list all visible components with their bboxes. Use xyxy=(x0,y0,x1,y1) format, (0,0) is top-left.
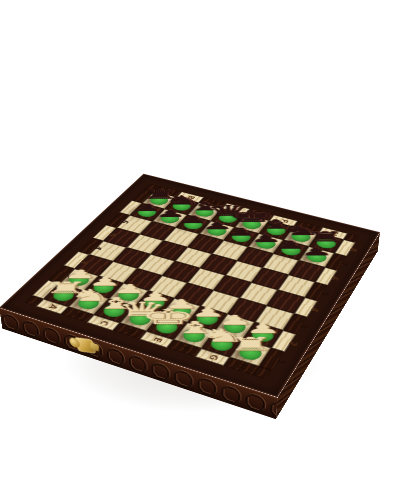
coord-rank-5-right: 5 xyxy=(305,282,328,301)
felt-pad xyxy=(152,318,181,336)
square-h4 xyxy=(267,290,305,314)
coord-label: 4 xyxy=(290,300,323,315)
square-g4 xyxy=(240,282,278,305)
square-e3 xyxy=(174,283,213,306)
black-pawn-glyph: ♟ xyxy=(283,246,351,257)
coord-label: 3 xyxy=(278,316,311,332)
coord-label: 6 xyxy=(311,269,342,283)
square-f4 xyxy=(213,275,251,298)
brass-clasp xyxy=(74,337,96,354)
coord-label: 6 xyxy=(104,214,133,226)
square-h5 xyxy=(278,275,315,298)
scene-3d: AABBCCDDEEFFGGHH8877665544332211 ♜♞♝♛♚♝♞… xyxy=(0,0,400,498)
coord-rank-6-right: 6 xyxy=(315,267,337,285)
square-f3 xyxy=(201,290,240,314)
product-photo: AABBCCDDEEFFGGHH8877665544332211 ♜♞♝♛♚♝♞… xyxy=(0,0,400,498)
chessboard: AABBCCDDEEFFGGHH8877665544332211 ♜♞♝♛♚♝♞… xyxy=(0,174,380,398)
coord-label: 5 xyxy=(90,227,119,239)
border-corner-2 xyxy=(24,295,43,306)
felt-pad xyxy=(207,335,236,353)
coord-rank-4-right: 4 xyxy=(294,297,318,317)
coord-file-f-near: F xyxy=(167,340,201,357)
border-corner-3 xyxy=(253,366,273,379)
square-e4 xyxy=(187,268,225,290)
coord-rank-3-right: 3 xyxy=(283,313,307,334)
coord-label: C xyxy=(89,312,117,333)
square-g5 xyxy=(251,268,288,290)
coord-label: 5 xyxy=(300,284,332,299)
